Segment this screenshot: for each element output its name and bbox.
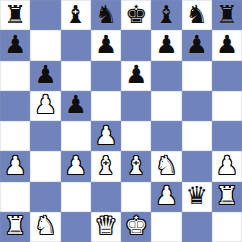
square-g8[interactable]: ♞ (182, 0, 212, 30)
square-d7[interactable]: ♟ (91, 30, 121, 60)
square-d5[interactable] (91, 91, 121, 121)
white-pawn[interactable]: ♟ (216, 153, 238, 178)
square-d8[interactable]: ♞ (91, 0, 121, 30)
square-h4[interactable] (212, 121, 242, 151)
square-f5[interactable] (151, 91, 181, 121)
square-f2[interactable]: ♟ (151, 182, 181, 212)
square-b1[interactable]: ♞ (30, 212, 60, 242)
black-knight[interactable]: ♞ (185, 2, 207, 27)
chess-board: ♜♝♞♚♝♞♜♟♟♟♟♟♟♟♟♟♟♟♟♝♝♞♟♟♛♜♜♞♛♚ (0, 0, 242, 242)
white-pawn[interactable]: ♟ (95, 123, 117, 148)
white-knight[interactable]: ♞ (155, 153, 177, 178)
square-h1[interactable] (212, 212, 242, 242)
white-rook[interactable]: ♜ (216, 183, 238, 208)
square-e3[interactable]: ♝ (121, 151, 151, 181)
square-a8[interactable]: ♜ (0, 0, 30, 30)
square-a2[interactable] (0, 182, 30, 212)
square-e5[interactable] (121, 91, 151, 121)
white-king[interactable]: ♚ (125, 213, 147, 238)
square-a5[interactable] (0, 91, 30, 121)
white-pawn[interactable]: ♟ (34, 92, 56, 117)
black-knight[interactable]: ♞ (95, 2, 117, 27)
square-b7[interactable] (30, 30, 60, 60)
square-b2[interactable] (30, 182, 60, 212)
square-a6[interactable] (0, 61, 30, 91)
white-bishop[interactable]: ♝ (125, 153, 147, 178)
black-rook[interactable]: ♜ (216, 2, 238, 27)
black-pawn[interactable]: ♟ (95, 32, 117, 57)
square-e4[interactable] (121, 121, 151, 151)
square-c1[interactable] (61, 212, 91, 242)
square-b5[interactable]: ♟ (30, 91, 60, 121)
white-knight[interactable]: ♞ (34, 213, 56, 238)
black-pawn[interactable]: ♟ (185, 32, 207, 57)
square-c5[interactable]: ♟ (61, 91, 91, 121)
square-e8[interactable]: ♚ (121, 0, 151, 30)
square-f8[interactable]: ♝ (151, 0, 181, 30)
square-c8[interactable]: ♝ (61, 0, 91, 30)
square-d2[interactable] (91, 182, 121, 212)
square-c2[interactable] (61, 182, 91, 212)
square-d1[interactable]: ♛ (91, 212, 121, 242)
square-e6[interactable]: ♟ (121, 61, 151, 91)
black-pawn[interactable]: ♟ (155, 32, 177, 57)
white-pawn[interactable]: ♟ (4, 153, 26, 178)
black-pawn[interactable]: ♟ (125, 62, 147, 87)
square-b4[interactable] (30, 121, 60, 151)
black-queen[interactable]: ♛ (185, 183, 207, 208)
square-b8[interactable] (30, 0, 60, 30)
black-pawn[interactable]: ♟ (216, 32, 238, 57)
square-f6[interactable] (151, 61, 181, 91)
square-e1[interactable]: ♚ (121, 212, 151, 242)
square-b3[interactable] (30, 151, 60, 181)
square-d4[interactable]: ♟ (91, 121, 121, 151)
square-a3[interactable]: ♟ (0, 151, 30, 181)
square-f1[interactable] (151, 212, 181, 242)
square-f3[interactable]: ♞ (151, 151, 181, 181)
black-pawn[interactable]: ♟ (4, 32, 26, 57)
black-pawn[interactable]: ♟ (64, 92, 86, 117)
square-h5[interactable] (212, 91, 242, 121)
square-c6[interactable] (61, 61, 91, 91)
square-g2[interactable]: ♛ (182, 182, 212, 212)
square-h7[interactable]: ♟ (212, 30, 242, 60)
square-a4[interactable] (0, 121, 30, 151)
square-d6[interactable] (91, 61, 121, 91)
square-e7[interactable] (121, 30, 151, 60)
square-e2[interactable] (121, 182, 151, 212)
black-rook[interactable]: ♜ (4, 2, 26, 27)
white-queen[interactable]: ♛ (95, 213, 117, 238)
square-g6[interactable] (182, 61, 212, 91)
black-pawn[interactable]: ♟ (34, 62, 56, 87)
black-bishop[interactable]: ♝ (64, 2, 86, 27)
black-bishop[interactable]: ♝ (155, 2, 177, 27)
black-king[interactable]: ♚ (125, 2, 147, 27)
square-h2[interactable]: ♜ (212, 182, 242, 212)
square-c7[interactable] (61, 30, 91, 60)
square-h3[interactable]: ♟ (212, 151, 242, 181)
square-f7[interactable]: ♟ (151, 30, 181, 60)
square-a1[interactable]: ♜ (0, 212, 30, 242)
square-b6[interactable]: ♟ (30, 61, 60, 91)
square-d3[interactable]: ♝ (91, 151, 121, 181)
square-g7[interactable]: ♟ (182, 30, 212, 60)
square-g1[interactable] (182, 212, 212, 242)
square-h8[interactable]: ♜ (212, 0, 242, 30)
white-bishop[interactable]: ♝ (95, 153, 117, 178)
square-g3[interactable] (182, 151, 212, 181)
white-rook[interactable]: ♜ (4, 213, 26, 238)
square-f4[interactable] (151, 121, 181, 151)
square-c4[interactable] (61, 121, 91, 151)
white-pawn[interactable]: ♟ (64, 153, 86, 178)
square-g4[interactable] (182, 121, 212, 151)
chess-board-container: ♜♝♞♚♝♞♜♟♟♟♟♟♟♟♟♟♟♟♟♝♝♞♟♟♛♜♜♞♛♚ (0, 0, 242, 242)
square-g5[interactable] (182, 91, 212, 121)
square-a7[interactable]: ♟ (0, 30, 30, 60)
square-c3[interactable]: ♟ (61, 151, 91, 181)
square-h6[interactable] (212, 61, 242, 91)
white-pawn[interactable]: ♟ (155, 183, 177, 208)
